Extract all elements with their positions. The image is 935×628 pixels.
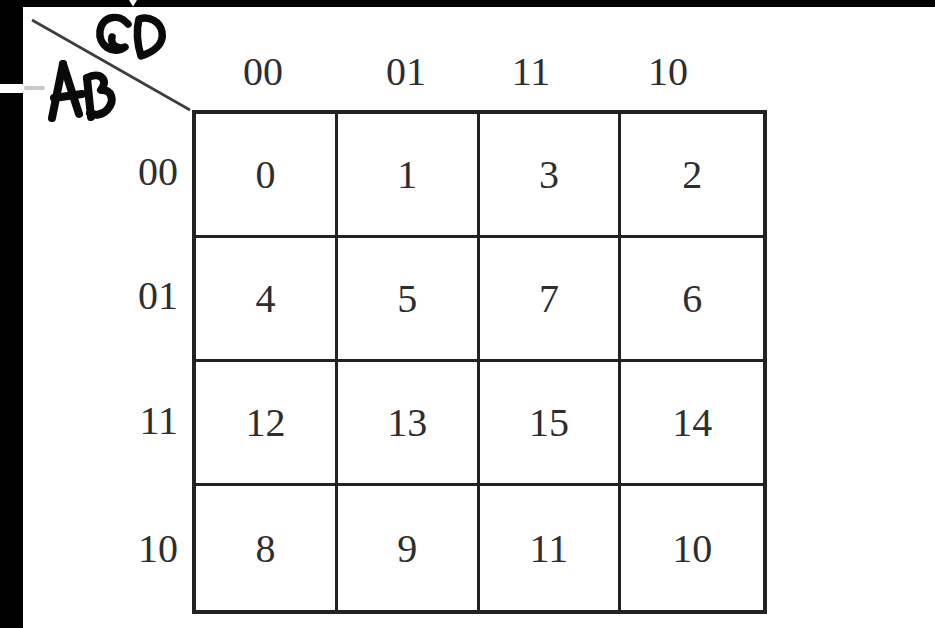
letter-A-left-leg bbox=[52, 64, 63, 118]
row-label-00: 00 bbox=[106, 150, 178, 194]
left-border-bar bbox=[0, 0, 23, 628]
kmap-cell-r2c0: 12 bbox=[196, 362, 338, 486]
letter-C-stroke bbox=[100, 17, 128, 50]
kmap-cell-r2c1: 13 bbox=[338, 362, 480, 486]
kmap-cell-r3c3: 10 bbox=[621, 486, 763, 610]
kmap-cell-r1c3: 6 bbox=[621, 238, 763, 362]
kmap-cell-r1c1: 5 bbox=[338, 238, 480, 362]
scan-artifact-dash-faint bbox=[24, 86, 45, 90]
kmap-cell-r3c0: 8 bbox=[196, 486, 338, 610]
letter-B-stem bbox=[87, 78, 91, 117]
row-label-11: 11 bbox=[106, 399, 178, 443]
kmap-cell-r2c2: 15 bbox=[480, 362, 622, 486]
col-label-00: 00 bbox=[218, 50, 308, 94]
row-label-10: 10 bbox=[106, 527, 178, 571]
kmap-cell-r0c2: 3 bbox=[480, 114, 622, 238]
letter-B-bowls bbox=[87, 76, 112, 115]
row-var-handwritten-label: AB bbox=[52, 64, 112, 118]
letter-A-right-leg bbox=[63, 64, 79, 114]
scan-artifact-dash bbox=[0, 84, 26, 93]
kmap-cell-r0c0: 0 bbox=[196, 114, 338, 238]
axis-diagonal-line bbox=[32, 20, 190, 110]
kmap-figure: 00 01 11 10 00 01 11 10 0 1 3 2 4 5 7 6 … bbox=[0, 0, 935, 628]
col-var-handwritten-label: CD bbox=[100, 17, 162, 56]
kmap-cell-r2c3: 14 bbox=[621, 362, 763, 486]
kmap-cell-r3c1: 9 bbox=[338, 486, 480, 610]
kmap-cell-r0c3: 2 bbox=[621, 114, 763, 238]
kmap-cell-r1c0: 4 bbox=[196, 238, 338, 362]
kmap-grid: 0 1 3 2 4 5 7 6 12 13 15 14 8 9 11 10 bbox=[192, 110, 767, 614]
kmap-cell-r3c2: 11 bbox=[480, 486, 622, 610]
col-label-11: 11 bbox=[486, 50, 576, 94]
kmap-cell-r0c1: 1 bbox=[338, 114, 480, 238]
letter-D-stroke bbox=[138, 18, 163, 56]
col-label-01: 01 bbox=[361, 50, 451, 94]
letter-A-crossbar bbox=[54, 94, 82, 98]
top-border-bar bbox=[0, 0, 935, 7]
col-label-10: 10 bbox=[623, 50, 713, 94]
row-label-01: 01 bbox=[106, 274, 178, 318]
kmap-cell-r1c2: 7 bbox=[480, 238, 622, 362]
